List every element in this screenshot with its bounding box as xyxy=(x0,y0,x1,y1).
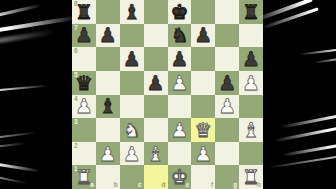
piece-black-king[interactable]: ♚ xyxy=(170,2,188,22)
square-d2[interactable]: ♝ xyxy=(144,142,168,166)
piece-white-pawn[interactable]: ♟ xyxy=(170,120,188,140)
square-a3[interactable]: 3 xyxy=(72,118,96,142)
speed-line xyxy=(261,7,319,29)
piece-white-pawn[interactable]: ♟ xyxy=(218,96,236,116)
piece-black-bishop[interactable]: ♝ xyxy=(123,2,141,22)
square-d6[interactable] xyxy=(144,47,168,71)
file-label-a: a xyxy=(90,182,94,189)
square-h5[interactable]: ♟ xyxy=(239,71,263,95)
piece-black-knight[interactable]: ♞ xyxy=(170,25,188,45)
square-b6[interactable] xyxy=(96,47,120,71)
square-e6[interactable]: ♟ xyxy=(168,47,192,71)
piece-black-pawn[interactable]: ♟ xyxy=(242,49,260,69)
file-label-e: e xyxy=(186,182,190,189)
square-f8[interactable] xyxy=(191,0,215,24)
square-g6[interactable] xyxy=(215,47,239,71)
piece-black-pawn[interactable]: ♟ xyxy=(123,49,141,69)
square-g2[interactable] xyxy=(215,142,239,166)
square-a7[interactable]: 7♟ xyxy=(72,24,96,48)
piece-black-pawn[interactable]: ♟ xyxy=(99,25,117,45)
square-f6[interactable] xyxy=(191,47,215,71)
speed-line xyxy=(268,155,336,168)
square-h8[interactable]: ♜ xyxy=(239,0,263,24)
video-frame: 8♜♝♚♜7♟♟♞♟6♟♟♟5♛♟♟♟♟4♟♝♟3♞♟♛♝2♟♟♝♟1a♜bcd… xyxy=(0,0,336,189)
square-g5[interactable]: ♟ xyxy=(215,71,239,95)
square-h3[interactable]: ♝ xyxy=(239,118,263,142)
square-b2[interactable]: ♟ xyxy=(96,142,120,166)
speed-line xyxy=(0,4,42,17)
square-h6[interactable]: ♟ xyxy=(239,47,263,71)
piece-black-rook[interactable]: ♜ xyxy=(242,2,260,22)
square-c2[interactable]: ♟ xyxy=(120,142,144,166)
square-f2[interactable]: ♟ xyxy=(191,142,215,166)
piece-black-bishop[interactable]: ♝ xyxy=(99,96,117,116)
speed-line xyxy=(314,58,336,63)
speed-line xyxy=(0,29,56,44)
piece-white-bishop[interactable]: ♝ xyxy=(242,120,260,140)
rank-label-4: 4 xyxy=(74,96,78,103)
square-a8[interactable]: 8♜ xyxy=(72,0,96,24)
square-f7[interactable]: ♟ xyxy=(191,24,215,48)
speed-line xyxy=(0,15,78,32)
square-a2[interactable]: 2 xyxy=(72,142,96,166)
square-b3[interactable] xyxy=(96,118,120,142)
square-b8[interactable] xyxy=(96,0,120,24)
square-a6[interactable]: 6 xyxy=(72,47,96,71)
speed-line xyxy=(0,142,26,147)
square-b7[interactable]: ♟ xyxy=(96,24,120,48)
speed-line xyxy=(282,144,336,157)
speed-line xyxy=(280,114,336,128)
piece-white-pawn[interactable]: ♟ xyxy=(194,144,212,164)
file-label-d: d xyxy=(162,182,166,189)
rank-label-5: 5 xyxy=(74,72,78,79)
piece-black-pawn[interactable]: ♟ xyxy=(147,73,165,93)
speed-line xyxy=(0,85,48,92)
square-e7[interactable]: ♞ xyxy=(168,24,192,48)
chess-board: 8♜♝♚♜7♟♟♞♟6♟♟♟5♛♟♟♟♟4♟♝♟3♞♟♛♝2♟♟♝♟1a♜bcd… xyxy=(72,0,263,189)
piece-black-pawn[interactable]: ♟ xyxy=(194,25,212,45)
file-label-h: h xyxy=(257,182,261,189)
square-e2[interactable] xyxy=(168,142,192,166)
piece-white-knight[interactable]: ♞ xyxy=(123,120,141,140)
square-h2[interactable] xyxy=(239,142,263,166)
square-c6[interactable]: ♟ xyxy=(120,47,144,71)
square-d3[interactable] xyxy=(144,118,168,142)
piece-white-pawn[interactable]: ♟ xyxy=(242,73,260,93)
square-e8[interactable]: ♚ xyxy=(168,0,192,24)
square-e5[interactable]: ♟ xyxy=(168,71,192,95)
rank-label-2: 2 xyxy=(74,143,78,150)
square-d8[interactable] xyxy=(144,0,168,24)
rank-label-1: 1 xyxy=(74,166,78,173)
square-h4[interactable] xyxy=(239,95,263,119)
square-c8[interactable]: ♝ xyxy=(120,0,144,24)
square-c7[interactable] xyxy=(120,24,144,48)
square-f3[interactable]: ♛ xyxy=(191,118,215,142)
square-g1[interactable]: g xyxy=(215,165,239,189)
piece-white-pawn[interactable]: ♟ xyxy=(123,144,141,164)
square-e4[interactable] xyxy=(168,95,192,119)
square-g8[interactable] xyxy=(215,0,239,24)
file-label-c: c xyxy=(138,182,142,189)
rank-label-7: 7 xyxy=(74,25,78,32)
piece-black-pawn[interactable]: ♟ xyxy=(170,49,188,69)
square-d1[interactable]: d xyxy=(144,165,168,189)
square-b4[interactable]: ♝ xyxy=(96,95,120,119)
square-h7[interactable] xyxy=(239,24,263,48)
rank-label-3: 3 xyxy=(74,119,78,126)
file-label-b: b xyxy=(114,182,118,189)
square-a4[interactable]: 4♟ xyxy=(72,95,96,119)
square-f4[interactable] xyxy=(191,95,215,119)
square-a1[interactable]: 1a♜ xyxy=(72,165,96,189)
square-f5[interactable] xyxy=(191,71,215,95)
square-d5[interactable]: ♟ xyxy=(144,71,168,95)
square-e1[interactable]: e♚ xyxy=(168,165,192,189)
piece-white-pawn[interactable]: ♟ xyxy=(170,73,188,93)
square-b5[interactable] xyxy=(96,71,120,95)
piece-white-queen[interactable]: ♛ xyxy=(194,120,212,140)
square-c3[interactable]: ♞ xyxy=(120,118,144,142)
square-b1[interactable]: b xyxy=(96,165,120,189)
square-g7[interactable] xyxy=(215,24,239,48)
speed-line xyxy=(0,132,36,138)
square-h1[interactable]: h♜ xyxy=(239,165,263,189)
piece-black-pawn[interactable]: ♟ xyxy=(218,73,236,93)
square-c1[interactable]: c xyxy=(120,165,144,189)
speed-line xyxy=(300,49,336,56)
square-g4[interactable]: ♟ xyxy=(215,95,239,119)
square-f1[interactable]: f xyxy=(191,165,215,189)
square-c4[interactable] xyxy=(120,95,144,119)
rank-label-6: 6 xyxy=(74,48,78,55)
piece-white-pawn[interactable]: ♟ xyxy=(99,144,117,164)
square-e3[interactable]: ♟ xyxy=(168,118,192,142)
square-a5[interactable]: 5♛ xyxy=(72,71,96,95)
square-g3[interactable] xyxy=(215,118,239,142)
file-label-f: f xyxy=(211,182,213,189)
speed-line xyxy=(274,127,336,142)
square-d7[interactable] xyxy=(144,24,168,48)
square-d4[interactable] xyxy=(144,95,168,119)
square-c5[interactable] xyxy=(120,71,144,95)
speed-line xyxy=(0,162,40,172)
file-label-g: g xyxy=(233,182,237,189)
rank-label-8: 8 xyxy=(74,1,78,8)
piece-white-bishop[interactable]: ♝ xyxy=(147,144,165,164)
speed-line xyxy=(0,176,27,185)
